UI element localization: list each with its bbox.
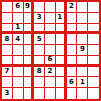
cell-r3c1[interactable] (2, 24, 13, 35)
cell-r1c1[interactable] (2, 2, 13, 13)
cell-r2c2[interactable] (13, 13, 24, 24)
cell-r2c1[interactable] (2, 13, 13, 24)
cell-r5c2[interactable] (13, 45, 24, 56)
cell-r9c8[interactable] (77, 88, 88, 99)
cell-r8c9[interactable] (88, 77, 99, 88)
cell-r4c3[interactable] (24, 34, 35, 45)
cell-r9c5[interactable] (45, 88, 56, 99)
cell-r6c1[interactable] (2, 56, 13, 67)
cell-r5c5[interactable] (45, 45, 56, 56)
cell-r9c2[interactable] (13, 88, 24, 99)
cell-r1c5[interactable] (45, 2, 56, 13)
cell-r2c6[interactable]: 1 (56, 13, 67, 24)
cell-r6c4[interactable] (34, 56, 45, 67)
cell-r9c7[interactable] (67, 88, 78, 99)
cell-r9c3[interactable] (24, 88, 35, 99)
cell-r7c6[interactable] (56, 67, 67, 78)
cell-r3c2[interactable]: 1 (13, 24, 24, 35)
cell-r6c6[interactable] (56, 56, 67, 67)
cell-r7c9[interactable] (88, 67, 99, 78)
cell-r4c8[interactable] (77, 34, 88, 45)
cell-r8c2[interactable] (13, 77, 24, 88)
cell-r7c3[interactable] (24, 67, 35, 78)
cell-r1c8[interactable] (77, 2, 88, 13)
cell-r7c4[interactable]: 8 (34, 67, 45, 78)
cell-r5c6[interactable] (56, 45, 67, 56)
cell-r1c7[interactable]: 2 (67, 2, 78, 13)
cell-r5c8[interactable]: 9 (77, 45, 88, 56)
cell-r7c1[interactable]: 7 (2, 67, 13, 78)
cell-r5c3[interactable] (24, 45, 35, 56)
cell-r9c6[interactable] (56, 88, 67, 99)
cell-r2c7[interactable] (67, 13, 78, 24)
sudoku-board: 69231184596782613 (0, 0, 101, 101)
cell-r5c7[interactable] (67, 45, 78, 56)
cell-r3c7[interactable] (67, 24, 78, 35)
cell-r8c5[interactable] (45, 77, 56, 88)
cell-r4c6[interactable] (56, 34, 67, 45)
cell-r6c8[interactable] (77, 56, 88, 67)
cell-r9c9[interactable] (88, 88, 99, 99)
cell-r2c3[interactable] (24, 13, 35, 24)
cell-r6c5[interactable]: 6 (45, 56, 56, 67)
cell-r7c2[interactable] (13, 67, 24, 78)
cell-r7c5[interactable]: 2 (45, 67, 56, 78)
cell-r3c5[interactable] (45, 24, 56, 35)
cell-r8c1[interactable] (2, 77, 13, 88)
cell-r8c6[interactable] (56, 77, 67, 88)
cell-r9c4[interactable] (34, 88, 45, 99)
cell-r8c4[interactable] (34, 77, 45, 88)
cell-r3c6[interactable] (56, 24, 67, 35)
cell-r2c9[interactable] (88, 13, 99, 24)
cell-r4c7[interactable] (67, 34, 78, 45)
cell-r1c9[interactable] (88, 2, 99, 13)
cell-r6c2[interactable] (13, 56, 24, 67)
cell-r1c2[interactable]: 6 (13, 2, 24, 13)
cell-r4c2[interactable]: 4 (13, 34, 24, 45)
cell-r3c4[interactable] (34, 24, 45, 35)
cell-r8c3[interactable] (24, 77, 35, 88)
cell-r3c8[interactable] (77, 24, 88, 35)
cell-r2c5[interactable] (45, 13, 56, 24)
cell-r4c9[interactable] (88, 34, 99, 45)
cell-r7c8[interactable] (77, 67, 88, 78)
cell-r6c7[interactable] (67, 56, 78, 67)
cell-r4c1[interactable]: 8 (2, 34, 13, 45)
cell-r6c3[interactable] (24, 56, 35, 67)
cell-r1c3[interactable]: 9 (24, 2, 35, 13)
cell-r8c7[interactable]: 6 (67, 77, 78, 88)
cell-r5c1[interactable] (2, 45, 13, 56)
cell-r1c6[interactable] (56, 2, 67, 13)
cell-r2c8[interactable] (77, 13, 88, 24)
cell-r6c9[interactable] (88, 56, 99, 67)
cell-r4c5[interactable] (45, 34, 56, 45)
cell-r4c4[interactable]: 5 (34, 34, 45, 45)
cell-r3c3[interactable] (24, 24, 35, 35)
cell-r2c4[interactable]: 3 (34, 13, 45, 24)
cell-r9c1[interactable]: 3 (2, 88, 13, 99)
cell-r1c4[interactable] (34, 2, 45, 13)
cell-r5c4[interactable] (34, 45, 45, 56)
cell-r8c8[interactable]: 1 (77, 77, 88, 88)
cell-r3c9[interactable] (88, 24, 99, 35)
cell-r7c7[interactable] (67, 67, 78, 78)
cell-r5c9[interactable] (88, 45, 99, 56)
